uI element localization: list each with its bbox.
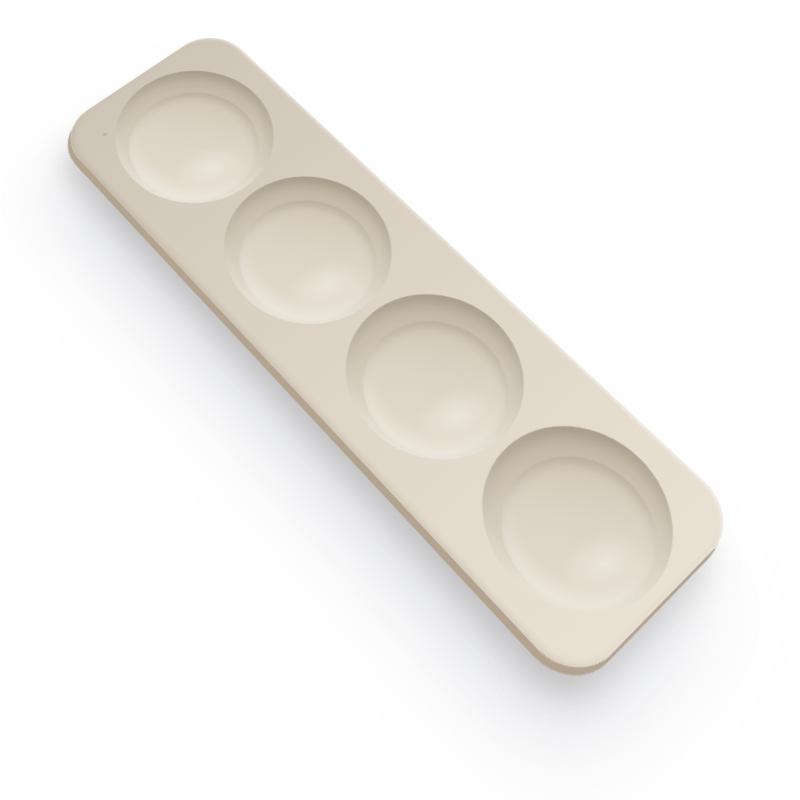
cavity-4-floor: [469, 427, 689, 644]
surface-dimple: [101, 131, 109, 138]
photo-canvas: Four-cavity round silicone mold: [0, 0, 800, 800]
product-photo: Four-cavity round silicone mold: [0, 0, 800, 800]
mold-tray: [54, 25, 744, 690]
product-caption: Four-cavity round silicone mold: [0, 0, 1, 1]
